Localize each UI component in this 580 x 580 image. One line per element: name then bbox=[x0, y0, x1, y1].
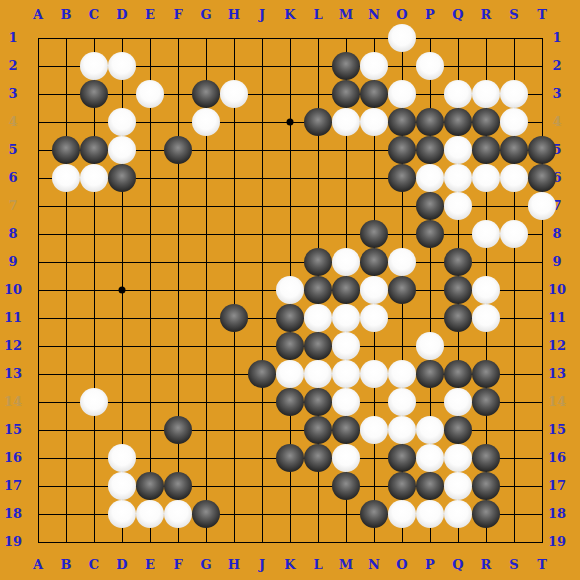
col-label-top-F: F bbox=[170, 7, 186, 23]
stone-black-C3[interactable] bbox=[80, 80, 108, 108]
star-point-D10 bbox=[119, 287, 126, 294]
stone-white-Q16[interactable] bbox=[444, 444, 472, 472]
stone-white-M12[interactable] bbox=[332, 332, 360, 360]
stone-black-M3[interactable] bbox=[332, 80, 360, 108]
col-label-top-C: C bbox=[86, 7, 102, 23]
stone-black-R16[interactable] bbox=[472, 444, 500, 472]
stone-black-R5[interactable] bbox=[472, 136, 500, 164]
stone-white-C14[interactable] bbox=[80, 388, 108, 416]
stone-black-F15[interactable] bbox=[164, 416, 192, 444]
col-label-bottom-T: T bbox=[534, 557, 550, 573]
stone-black-O4[interactable] bbox=[388, 108, 416, 136]
stone-white-D2[interactable] bbox=[108, 52, 136, 80]
col-label-bottom-E: E bbox=[142, 557, 158, 573]
stone-white-N10[interactable] bbox=[360, 276, 388, 304]
row-label-left-18: 18 bbox=[0, 506, 26, 522]
col-label-bottom-N: N bbox=[366, 557, 382, 573]
stone-black-M2[interactable] bbox=[332, 52, 360, 80]
row-label-left-6: 6 bbox=[0, 170, 26, 186]
stone-white-Q3[interactable] bbox=[444, 80, 472, 108]
row-label-left-3: 3 bbox=[0, 86, 26, 102]
stone-black-Q11[interactable] bbox=[444, 304, 472, 332]
col-label-top-H: H bbox=[226, 7, 242, 23]
stone-white-S4[interactable] bbox=[500, 108, 528, 136]
stone-black-D6[interactable] bbox=[108, 164, 136, 192]
stone-white-E18[interactable] bbox=[136, 500, 164, 528]
stone-white-P2[interactable] bbox=[416, 52, 444, 80]
stone-black-O17[interactable] bbox=[388, 472, 416, 500]
stone-black-Q4[interactable] bbox=[444, 108, 472, 136]
row-label-left-1: 1 bbox=[0, 30, 26, 46]
col-label-top-R: R bbox=[478, 7, 494, 23]
row-label-left-4: 4 bbox=[0, 114, 26, 130]
stone-white-O15[interactable] bbox=[388, 416, 416, 444]
stone-white-R11[interactable] bbox=[472, 304, 500, 332]
stone-black-R14[interactable] bbox=[472, 388, 500, 416]
row-label-left-8: 8 bbox=[0, 226, 26, 242]
stone-black-G18[interactable] bbox=[192, 500, 220, 528]
stone-black-F17[interactable] bbox=[164, 472, 192, 500]
row-label-right-1: 1 bbox=[544, 30, 570, 46]
stone-black-L9[interactable] bbox=[304, 248, 332, 276]
stone-white-P6[interactable] bbox=[416, 164, 444, 192]
col-label-bottom-A: A bbox=[30, 557, 46, 573]
col-label-bottom-Q: Q bbox=[450, 557, 466, 573]
stone-white-P16[interactable] bbox=[416, 444, 444, 472]
row-label-right-17: 17 bbox=[544, 478, 570, 494]
stone-white-B6[interactable] bbox=[52, 164, 80, 192]
stone-white-D18[interactable] bbox=[108, 500, 136, 528]
stone-white-P15[interactable] bbox=[416, 416, 444, 444]
col-label-top-D: D bbox=[114, 7, 130, 23]
stone-white-C6[interactable] bbox=[80, 164, 108, 192]
stone-black-M17[interactable] bbox=[332, 472, 360, 500]
row-label-left-17: 17 bbox=[0, 478, 26, 494]
stone-white-C2[interactable] bbox=[80, 52, 108, 80]
row-label-right-12: 12 bbox=[544, 338, 570, 354]
row-label-right-10: 10 bbox=[544, 282, 570, 298]
stone-white-P12[interactable] bbox=[416, 332, 444, 360]
stone-black-H11[interactable] bbox=[220, 304, 248, 332]
col-label-bottom-F: F bbox=[170, 557, 186, 573]
stone-white-O14[interactable] bbox=[388, 388, 416, 416]
stone-black-S5[interactable] bbox=[500, 136, 528, 164]
stone-black-F5[interactable] bbox=[164, 136, 192, 164]
row-label-right-9: 9 bbox=[544, 254, 570, 270]
stone-black-B5[interactable] bbox=[52, 136, 80, 164]
stone-white-D4[interactable] bbox=[108, 108, 136, 136]
stone-black-L4[interactable] bbox=[304, 108, 332, 136]
stone-white-S8[interactable] bbox=[500, 220, 528, 248]
stone-white-K13[interactable] bbox=[276, 360, 304, 388]
stone-black-G3[interactable] bbox=[192, 80, 220, 108]
stone-white-S3[interactable] bbox=[500, 80, 528, 108]
stone-black-N3[interactable] bbox=[360, 80, 388, 108]
stone-black-O6[interactable] bbox=[388, 164, 416, 192]
col-label-bottom-K: K bbox=[282, 557, 298, 573]
stone-white-P18[interactable] bbox=[416, 500, 444, 528]
row-label-right-18: 18 bbox=[544, 506, 570, 522]
stone-black-L16[interactable] bbox=[304, 444, 332, 472]
stone-black-K14[interactable] bbox=[276, 388, 304, 416]
stone-white-G4[interactable] bbox=[192, 108, 220, 136]
stone-white-N2[interactable] bbox=[360, 52, 388, 80]
stone-black-N8[interactable] bbox=[360, 220, 388, 248]
stone-white-L13[interactable] bbox=[304, 360, 332, 388]
stone-white-N15[interactable] bbox=[360, 416, 388, 444]
star-point-K4 bbox=[287, 119, 294, 126]
stone-black-L12[interactable] bbox=[304, 332, 332, 360]
col-label-bottom-L: L bbox=[310, 557, 326, 573]
stone-white-R8[interactable] bbox=[472, 220, 500, 248]
stone-white-Q17[interactable] bbox=[444, 472, 472, 500]
stone-white-O18[interactable] bbox=[388, 500, 416, 528]
stone-white-S6[interactable] bbox=[500, 164, 528, 192]
row-label-left-2: 2 bbox=[0, 58, 26, 74]
row-label-left-7: 7 bbox=[0, 198, 26, 214]
stone-black-J13[interactable] bbox=[248, 360, 276, 388]
go-board[interactable] bbox=[38, 38, 543, 543]
stone-black-R17[interactable] bbox=[472, 472, 500, 500]
col-label-top-M: M bbox=[338, 7, 354, 23]
stone-white-O3[interactable] bbox=[388, 80, 416, 108]
stone-black-Q15[interactable] bbox=[444, 416, 472, 444]
col-label-bottom-H: H bbox=[226, 557, 242, 573]
stone-white-R10[interactable] bbox=[472, 276, 500, 304]
stone-white-K10[interactable] bbox=[276, 276, 304, 304]
stone-white-H3[interactable] bbox=[220, 80, 248, 108]
stone-black-O16[interactable] bbox=[388, 444, 416, 472]
row-label-right-19: 19 bbox=[544, 534, 570, 550]
stone-white-M11[interactable] bbox=[332, 304, 360, 332]
stone-white-M14[interactable] bbox=[332, 388, 360, 416]
stone-white-N13[interactable] bbox=[360, 360, 388, 388]
col-label-top-N: N bbox=[366, 7, 382, 23]
stone-white-L11[interactable] bbox=[304, 304, 332, 332]
row-label-left-12: 12 bbox=[0, 338, 26, 354]
stone-white-E3[interactable] bbox=[136, 80, 164, 108]
stone-black-R13[interactable] bbox=[472, 360, 500, 388]
col-label-top-Q: Q bbox=[450, 7, 466, 23]
col-label-bottom-M: M bbox=[338, 557, 354, 573]
row-label-left-11: 11 bbox=[0, 310, 26, 326]
stone-white-O13[interactable] bbox=[388, 360, 416, 388]
stone-white-O9[interactable] bbox=[388, 248, 416, 276]
stone-white-Q7[interactable] bbox=[444, 192, 472, 220]
stone-black-P7[interactable] bbox=[416, 192, 444, 220]
row-label-left-9: 9 bbox=[0, 254, 26, 270]
stone-black-L15[interactable] bbox=[304, 416, 332, 444]
stone-white-Q6[interactable] bbox=[444, 164, 472, 192]
stone-white-M13[interactable] bbox=[332, 360, 360, 388]
stone-white-M4[interactable] bbox=[332, 108, 360, 136]
row-label-right-4: 4 bbox=[544, 114, 570, 130]
col-label-top-L: L bbox=[310, 7, 326, 23]
row-label-right-14: 14 bbox=[544, 394, 570, 410]
stone-black-Q13[interactable] bbox=[444, 360, 472, 388]
stone-white-N11[interactable] bbox=[360, 304, 388, 332]
stone-black-N18[interactable] bbox=[360, 500, 388, 528]
row-label-right-2: 2 bbox=[544, 58, 570, 74]
row-label-left-5: 5 bbox=[0, 142, 26, 158]
row-label-left-19: 19 bbox=[0, 534, 26, 550]
row-label-right-11: 11 bbox=[544, 310, 570, 326]
col-label-top-S: S bbox=[506, 7, 522, 23]
go-board-app: ABCDEFGHJKLMNOPQRST ABCDEFGHJKLMNOPQRST … bbox=[0, 0, 580, 580]
col-label-bottom-P: P bbox=[422, 557, 438, 573]
row-label-right-8: 8 bbox=[544, 226, 570, 242]
stone-black-Q10[interactable] bbox=[444, 276, 472, 304]
stone-black-M15[interactable] bbox=[332, 416, 360, 444]
stone-black-R4[interactable] bbox=[472, 108, 500, 136]
stone-white-N4[interactable] bbox=[360, 108, 388, 136]
stone-black-K16[interactable] bbox=[276, 444, 304, 472]
stone-white-T7[interactable] bbox=[528, 192, 556, 220]
stone-white-O1[interactable] bbox=[388, 24, 416, 52]
stone-black-O5[interactable] bbox=[388, 136, 416, 164]
stone-white-D17[interactable] bbox=[108, 472, 136, 500]
col-label-top-A: A bbox=[30, 7, 46, 23]
stone-white-M9[interactable] bbox=[332, 248, 360, 276]
stone-white-Q5[interactable] bbox=[444, 136, 472, 164]
row-label-left-10: 10 bbox=[0, 282, 26, 298]
col-label-bottom-J: J bbox=[254, 557, 270, 573]
stone-black-T6[interactable] bbox=[528, 164, 556, 192]
col-label-bottom-B: B bbox=[58, 557, 74, 573]
stone-white-R3[interactable] bbox=[472, 80, 500, 108]
stone-black-P4[interactable] bbox=[416, 108, 444, 136]
stone-black-O10[interactable] bbox=[388, 276, 416, 304]
stone-white-R6[interactable] bbox=[472, 164, 500, 192]
stone-black-P17[interactable] bbox=[416, 472, 444, 500]
stone-white-Q14[interactable] bbox=[444, 388, 472, 416]
stone-black-M10[interactable] bbox=[332, 276, 360, 304]
stone-black-P5[interactable] bbox=[416, 136, 444, 164]
col-label-top-G: G bbox=[198, 7, 214, 23]
row-label-left-13: 13 bbox=[0, 366, 26, 382]
row-label-right-16: 16 bbox=[544, 450, 570, 466]
col-label-bottom-G: G bbox=[198, 557, 214, 573]
row-label-right-15: 15 bbox=[544, 422, 570, 438]
stone-black-P13[interactable] bbox=[416, 360, 444, 388]
stone-white-Q18[interactable] bbox=[444, 500, 472, 528]
stone-white-M16[interactable] bbox=[332, 444, 360, 472]
stone-black-L10[interactable] bbox=[304, 276, 332, 304]
row-label-right-3: 3 bbox=[544, 86, 570, 102]
stone-white-F18[interactable] bbox=[164, 500, 192, 528]
row-label-left-16: 16 bbox=[0, 450, 26, 466]
stone-black-K11[interactable] bbox=[276, 304, 304, 332]
stone-black-L14[interactable] bbox=[304, 388, 332, 416]
stone-black-T5[interactable] bbox=[528, 136, 556, 164]
row-label-right-13: 13 bbox=[544, 366, 570, 382]
stone-white-D16[interactable] bbox=[108, 444, 136, 472]
stone-black-P8[interactable] bbox=[416, 220, 444, 248]
row-label-left-14: 14 bbox=[0, 394, 26, 410]
col-label-top-J: J bbox=[254, 7, 270, 23]
stone-black-R18[interactable] bbox=[472, 500, 500, 528]
col-label-top-O: O bbox=[394, 7, 410, 23]
row-label-left-15: 15 bbox=[0, 422, 26, 438]
stone-black-N9[interactable] bbox=[360, 248, 388, 276]
stone-black-K12[interactable] bbox=[276, 332, 304, 360]
col-label-bottom-R: R bbox=[478, 557, 494, 573]
col-label-bottom-C: C bbox=[86, 557, 102, 573]
col-label-top-P: P bbox=[422, 7, 438, 23]
col-label-top-K: K bbox=[282, 7, 298, 23]
stone-black-C5[interactable] bbox=[80, 136, 108, 164]
stone-black-Q9[interactable] bbox=[444, 248, 472, 276]
col-label-bottom-O: O bbox=[394, 557, 410, 573]
col-label-bottom-S: S bbox=[506, 557, 522, 573]
stone-black-E17[interactable] bbox=[136, 472, 164, 500]
stone-white-D5[interactable] bbox=[108, 136, 136, 164]
col-label-top-E: E bbox=[142, 7, 158, 23]
col-label-bottom-D: D bbox=[114, 557, 130, 573]
col-label-top-T: T bbox=[534, 7, 550, 23]
col-label-top-B: B bbox=[58, 7, 74, 23]
